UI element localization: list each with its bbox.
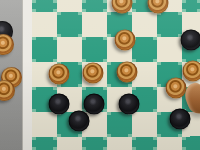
square-r1c2[interactable] xyxy=(57,12,82,37)
black-checker[interactable] xyxy=(83,93,104,114)
square-r0c4[interactable] xyxy=(107,0,132,12)
orange-checker[interactable] xyxy=(114,29,135,50)
square-r0c2[interactable] xyxy=(57,0,82,12)
black-checker[interactable] xyxy=(118,93,139,114)
board-grid xyxy=(32,0,200,150)
square-r5c7[interactable] xyxy=(182,112,200,137)
square-r5c3[interactable] xyxy=(82,112,107,137)
square-r2c4[interactable] xyxy=(107,37,132,62)
square-r2c3[interactable] xyxy=(82,37,107,62)
square-r3c4[interactable] xyxy=(107,62,132,87)
square-r5c4[interactable] xyxy=(107,112,132,137)
square-r3c2[interactable] xyxy=(57,62,82,87)
square-r6c3[interactable] xyxy=(82,137,107,150)
square-r3c3[interactable] xyxy=(82,62,107,87)
orange-checker[interactable] xyxy=(48,63,69,84)
square-r6c1[interactable] xyxy=(32,137,57,150)
black-checker[interactable] xyxy=(180,29,200,50)
square-r2c2[interactable] xyxy=(57,37,82,62)
orange-checker[interactable] xyxy=(165,77,186,98)
orange-checker[interactable] xyxy=(182,60,200,81)
black-checker[interactable] xyxy=(48,93,69,114)
square-r2c6[interactable] xyxy=(157,37,182,62)
square-r2c5[interactable] xyxy=(132,37,157,62)
table-surface xyxy=(0,0,22,150)
square-r1c5[interactable] xyxy=(132,12,157,37)
board-square-partial-corner xyxy=(190,136,200,150)
square-r5c1[interactable] xyxy=(32,112,57,137)
orange-checker[interactable] xyxy=(82,62,103,83)
square-r4c4[interactable] xyxy=(107,87,132,112)
square-r1c1[interactable] xyxy=(32,12,57,37)
square-r2c1[interactable] xyxy=(32,37,57,62)
square-r5c5[interactable] xyxy=(132,112,157,137)
square-r4c2[interactable] xyxy=(57,87,82,112)
square-r0c3[interactable] xyxy=(82,0,107,12)
square-r1c6[interactable] xyxy=(157,12,182,37)
square-r0c1[interactable] xyxy=(32,0,57,12)
orange-checker[interactable] xyxy=(116,61,137,82)
square-r1c3[interactable] xyxy=(82,12,107,37)
square-r4c3[interactable] xyxy=(82,87,107,112)
checkers-photo-scene xyxy=(0,0,200,150)
square-r0c7[interactable] xyxy=(182,0,200,12)
square-r6c6[interactable] xyxy=(157,137,182,150)
square-r0c6[interactable] xyxy=(157,0,182,12)
checkers-board xyxy=(22,0,200,150)
square-r6c4[interactable] xyxy=(107,137,132,150)
black-checker[interactable] xyxy=(169,108,190,129)
captured-orange-checker[interactable] xyxy=(0,80,15,101)
square-r6c5[interactable] xyxy=(132,137,157,150)
black-checker[interactable] xyxy=(68,110,89,131)
square-r2c7[interactable] xyxy=(182,37,200,62)
square-r6c2[interactable] xyxy=(57,137,82,150)
